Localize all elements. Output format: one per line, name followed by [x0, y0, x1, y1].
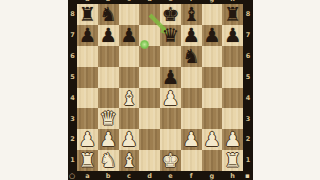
rank-label-3: 3: [68, 108, 77, 129]
square-d8[interactable]: [139, 4, 160, 25]
piece-black-queen-e7[interactable]: ♛: [160, 25, 181, 46]
square-f3[interactable]: [181, 108, 202, 129]
square-e2[interactable]: [160, 129, 181, 150]
square-a5[interactable]: [77, 67, 98, 88]
piece-white-bishop-c4[interactable]: ♝: [119, 88, 140, 109]
circle-icon: ○: [69, 173, 75, 180]
piece-black-king-e8[interactable]: ♚: [160, 4, 181, 25]
piece-white-rook-h1[interactable]: ♜: [222, 150, 243, 171]
square-d3[interactable]: [139, 108, 160, 129]
square-c6[interactable]: [119, 46, 140, 67]
square-d1[interactable]: [139, 150, 160, 171]
video-frame: abcdefgh abcdefgh 87654321 87654321 ○ ▪ …: [0, 0, 320, 180]
square-h3[interactable]: [222, 108, 243, 129]
piece-white-pawn-c2[interactable]: ♟: [119, 129, 140, 150]
square-h5[interactable]: [222, 67, 243, 88]
rank-label-8: 8: [243, 4, 253, 25]
rank-label-6: 6: [68, 46, 77, 67]
rank-label-2: 2: [68, 129, 77, 150]
piece-black-pawn-e5[interactable]: ♟: [160, 67, 181, 88]
square-icon: ▪: [245, 173, 250, 180]
piece-white-pawn-h2[interactable]: ♟: [222, 129, 243, 150]
square-c8[interactable]: [119, 4, 140, 25]
rank-label-4: 4: [243, 88, 253, 109]
chess-board: abcdefgh abcdefgh 87654321 87654321 ○ ▪ …: [68, 0, 253, 180]
rank-label-5: 5: [68, 67, 77, 88]
square-f5[interactable]: [181, 67, 202, 88]
piece-white-knight-b1[interactable]: ♞: [98, 150, 119, 171]
rank-label-1: 1: [68, 150, 77, 171]
square-g1[interactable]: [202, 150, 223, 171]
rank-label-1: 1: [243, 150, 253, 171]
piece-black-pawn-f7[interactable]: ♟: [181, 25, 202, 46]
square-d5[interactable]: [139, 67, 160, 88]
square-a6[interactable]: [77, 46, 98, 67]
piece-white-pawn-e4[interactable]: ♟: [160, 88, 181, 109]
rank-label-2: 2: [243, 129, 253, 150]
piece-white-bishop-c1[interactable]: ♝: [119, 150, 140, 171]
piece-white-rook-a1[interactable]: ♜: [77, 150, 98, 171]
piece-black-pawn-c7[interactable]: ♟: [119, 25, 140, 46]
rank-label-7: 7: [68, 25, 77, 46]
piece-white-queen-b3[interactable]: ♛: [98, 108, 119, 129]
square-d2[interactable]: [139, 129, 160, 150]
piece-black-rook-a8[interactable]: ♜: [77, 4, 98, 25]
square-f4[interactable]: [181, 88, 202, 109]
piece-black-pawn-b7[interactable]: ♟: [98, 25, 119, 46]
square-g3[interactable]: [202, 108, 223, 129]
rank-label-3: 3: [243, 108, 253, 129]
file-label-f: f: [181, 172, 202, 180]
square-c3[interactable]: [119, 108, 140, 129]
file-label-c: c: [119, 172, 140, 180]
piece-black-bishop-f8[interactable]: ♝: [181, 4, 202, 25]
piece-black-rook-h8[interactable]: ♜: [222, 4, 243, 25]
rank-label-7: 7: [243, 25, 253, 46]
piece-white-pawn-a2[interactable]: ♟: [77, 129, 98, 150]
rank-label-5: 5: [243, 67, 253, 88]
file-label-g: g: [202, 172, 223, 180]
piece-black-pawn-a7[interactable]: ♟: [77, 25, 98, 46]
square-h4[interactable]: [222, 88, 243, 109]
square-g6[interactable]: [202, 46, 223, 67]
square-h6[interactable]: [222, 46, 243, 67]
piece-white-pawn-b2[interactable]: ♟: [98, 129, 119, 150]
square-b6[interactable]: [98, 46, 119, 67]
rank-label-8: 8: [68, 4, 77, 25]
file-label-e: e: [160, 172, 181, 180]
square-d7[interactable]: [139, 25, 160, 46]
piece-black-pawn-g7[interactable]: ♟: [202, 25, 223, 46]
square-g4[interactable]: [202, 88, 223, 109]
square-a4[interactable]: [77, 88, 98, 109]
piece-white-pawn-f2[interactable]: ♟: [181, 129, 202, 150]
piece-white-king-e1[interactable]: ♚: [160, 150, 181, 171]
square-b4[interactable]: [98, 88, 119, 109]
file-label-b: b: [98, 172, 119, 180]
file-label-d: d: [139, 172, 160, 180]
square-e6[interactable]: [160, 46, 181, 67]
rank-labels-right: 87654321: [243, 4, 253, 171]
square-a3[interactable]: [77, 108, 98, 129]
square-c5[interactable]: [119, 67, 140, 88]
square-f1[interactable]: [181, 150, 202, 171]
piece-black-pawn-h7[interactable]: ♟: [222, 25, 243, 46]
rank-label-4: 4: [68, 88, 77, 109]
file-labels-bottom: abcdefgh: [77, 172, 243, 180]
piece-black-knight-b8[interactable]: ♞: [98, 4, 119, 25]
square-g5[interactable]: [202, 67, 223, 88]
square-g8[interactable]: [202, 4, 223, 25]
square-b5[interactable]: [98, 67, 119, 88]
piece-black-knight-f6[interactable]: ♞: [181, 46, 202, 67]
square-d6[interactable]: [139, 46, 160, 67]
rank-labels-left: 87654321: [68, 4, 77, 171]
square-d4[interactable]: [139, 88, 160, 109]
file-label-h: h: [222, 172, 243, 180]
file-label-a: a: [77, 172, 98, 180]
piece-white-pawn-g2[interactable]: ♟: [202, 129, 223, 150]
rank-label-6: 6: [243, 46, 253, 67]
square-e3[interactable]: [160, 108, 181, 129]
